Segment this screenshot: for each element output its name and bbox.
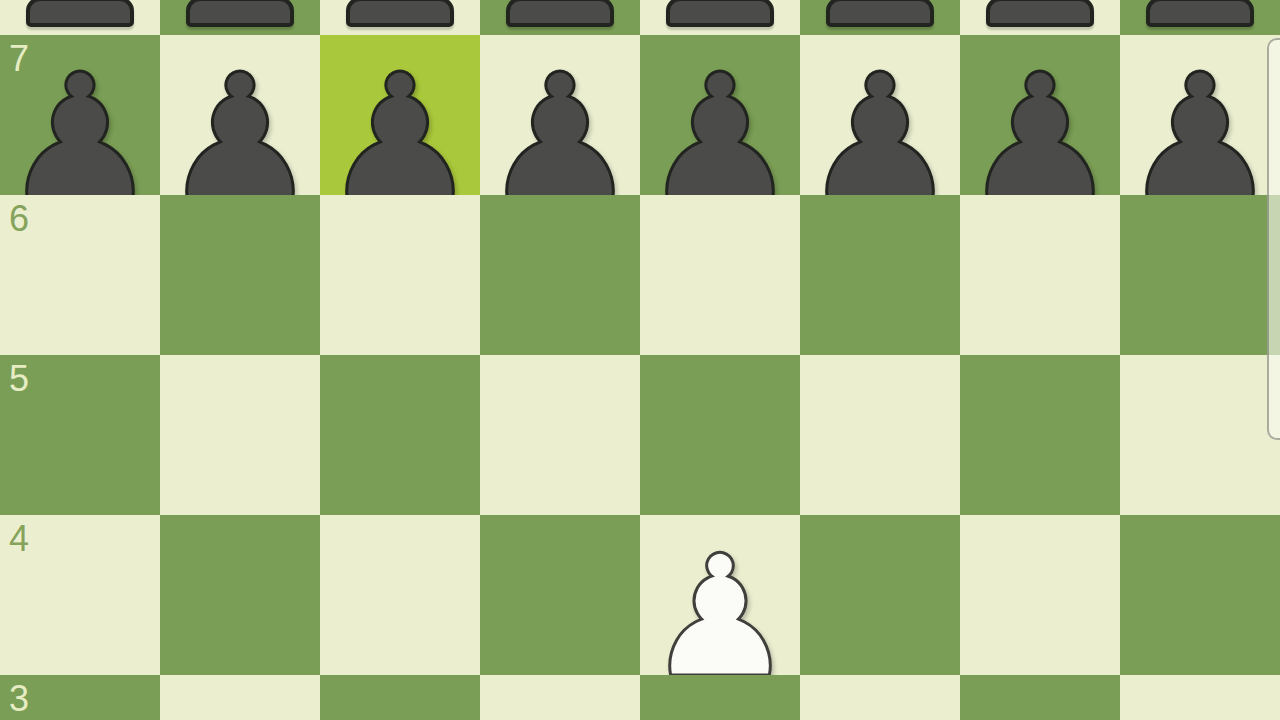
black-king-base[interactable] <box>666 0 774 27</box>
square-h8[interactable] <box>1120 0 1280 35</box>
square-a8[interactable]: 8 <box>0 0 160 35</box>
chess-board: 87♟♟♟♟♟♟♟♟654♟321 <box>0 0 1280 720</box>
square-g3[interactable] <box>960 675 1120 720</box>
rank-label-3: 3 <box>9 681 29 717</box>
square-d7[interactable]: ♟ <box>480 35 640 195</box>
black-bishop-base[interactable] <box>346 0 454 27</box>
square-f3[interactable] <box>800 675 960 720</box>
square-b5[interactable] <box>160 355 320 515</box>
square-f7[interactable]: ♟ <box>800 35 960 195</box>
square-c6[interactable] <box>320 195 480 355</box>
square-a7[interactable]: 7♟ <box>0 35 160 195</box>
square-c7[interactable]: ♟ <box>320 35 480 195</box>
square-a5[interactable]: 5 <box>0 355 160 515</box>
square-f5[interactable] <box>800 355 960 515</box>
square-e6[interactable] <box>640 195 800 355</box>
square-d3[interactable] <box>480 675 640 720</box>
square-b7[interactable]: ♟ <box>160 35 320 195</box>
square-a4[interactable]: 4 <box>0 515 160 675</box>
square-b8[interactable] <box>160 0 320 35</box>
square-f8[interactable] <box>800 0 960 35</box>
square-e3[interactable] <box>640 675 800 720</box>
square-d8[interactable] <box>480 0 640 35</box>
square-c5[interactable] <box>320 355 480 515</box>
square-h7[interactable]: ♟ <box>1120 35 1280 195</box>
rank-label-5: 5 <box>9 361 29 397</box>
square-c3[interactable] <box>320 675 480 720</box>
square-e8[interactable] <box>640 0 800 35</box>
square-f6[interactable] <box>800 195 960 355</box>
rank-label-4: 4 <box>9 521 29 557</box>
square-b4[interactable] <box>160 515 320 675</box>
square-h3[interactable] <box>1120 675 1280 720</box>
square-g4[interactable] <box>960 515 1120 675</box>
square-a3[interactable]: 3 <box>0 675 160 720</box>
square-e5[interactable] <box>640 355 800 515</box>
square-c4[interactable] <box>320 515 480 675</box>
square-d6[interactable] <box>480 195 640 355</box>
square-d5[interactable] <box>480 355 640 515</box>
square-h5[interactable] <box>1120 355 1280 515</box>
square-g8[interactable] <box>960 0 1120 35</box>
black-rook-base[interactable] <box>1146 0 1254 27</box>
square-h4[interactable] <box>1120 515 1280 675</box>
square-a6[interactable]: 6 <box>0 195 160 355</box>
black-knight-base[interactable] <box>186 0 294 27</box>
square-e7[interactable]: ♟ <box>640 35 800 195</box>
black-rook-base[interactable] <box>26 0 134 27</box>
rank-label-6: 6 <box>9 201 29 237</box>
square-f4[interactable] <box>800 515 960 675</box>
square-b6[interactable] <box>160 195 320 355</box>
black-knight-base[interactable] <box>986 0 1094 27</box>
square-e4[interactable]: ♟ <box>640 515 800 675</box>
square-h6[interactable] <box>1120 195 1280 355</box>
square-g7[interactable]: ♟ <box>960 35 1120 195</box>
square-g6[interactable] <box>960 195 1120 355</box>
square-c8[interactable] <box>320 0 480 35</box>
right-panel-edge[interactable] <box>1267 38 1280 440</box>
square-g5[interactable] <box>960 355 1120 515</box>
chessboard-viewport: 87♟♟♟♟♟♟♟♟654♟321 <box>0 0 1280 720</box>
square-b3[interactable] <box>160 675 320 720</box>
square-d4[interactable] <box>480 515 640 675</box>
black-bishop-base[interactable] <box>826 0 934 27</box>
black-queen-base[interactable] <box>506 0 614 27</box>
